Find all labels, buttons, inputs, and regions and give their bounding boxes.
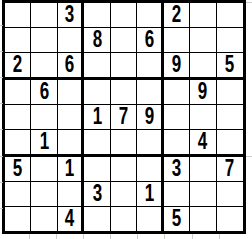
cell-r8c2[interactable] [31, 182, 57, 207]
given-digit: 4 [65, 207, 74, 231]
cell-r1c5[interactable] [111, 3, 137, 28]
cell-r6c2[interactable]: 1 [31, 130, 57, 157]
cell-r5c3[interactable] [58, 105, 84, 130]
cell-r4c2[interactable]: 6 [31, 80, 57, 105]
cell-r6c8[interactable]: 4 [190, 130, 216, 157]
cell-r1c1[interactable] [5, 3, 31, 28]
cell-r5c1[interactable] [5, 105, 31, 130]
gridline-stub [0, 77, 3, 78]
given-digit: 9 [198, 80, 207, 104]
cell-r2c5[interactable] [111, 28, 137, 53]
cell-r3c7[interactable]: 9 [164, 53, 190, 80]
cell-r3c6[interactable] [137, 53, 163, 80]
cell-r5c6[interactable]: 9 [137, 105, 163, 130]
cell-r8c9[interactable] [217, 182, 243, 207]
gridline-stub [56, 234, 57, 239]
cell-r1c8[interactable] [190, 3, 216, 28]
cell-r9c6[interactable] [137, 207, 163, 231]
cell-r4c8[interactable]: 9 [190, 80, 216, 105]
cell-r4c9[interactable] [217, 80, 243, 105]
given-digit: 3 [92, 182, 101, 206]
given-digit: 4 [198, 130, 207, 154]
sudoku-puzzle: 32862695691791451373145 [0, 0, 252, 239]
given-digit: 8 [92, 28, 101, 52]
given-digit: 3 [65, 3, 74, 27]
cell-r2c7[interactable] [164, 28, 190, 53]
cell-r7c2[interactable] [31, 157, 57, 182]
given-digit: 7 [119, 105, 128, 129]
given-digit: 1 [39, 130, 48, 154]
cell-r4c5[interactable] [111, 80, 137, 105]
cell-r5c5[interactable]: 7 [111, 105, 137, 130]
cell-r2c3[interactable] [58, 28, 84, 53]
cell-r4c6[interactable] [137, 80, 163, 105]
cell-r8c7[interactable] [164, 182, 190, 207]
cell-r3c4[interactable] [84, 53, 110, 80]
gridline-stub [192, 234, 193, 239]
given-digit: 2 [13, 53, 22, 77]
cell-r8c1[interactable] [5, 182, 31, 207]
cell-r6c9[interactable] [217, 130, 243, 157]
cell-r9c2[interactable] [31, 207, 57, 231]
cell-r6c6[interactable] [137, 130, 163, 157]
gridline-stub [246, 156, 252, 157]
gridline-stub [0, 25, 3, 26]
cell-r2c9[interactable] [217, 28, 243, 53]
cell-r1c6[interactable] [137, 3, 163, 28]
cell-r5c9[interactable] [217, 105, 243, 130]
given-digit: 5 [172, 207, 181, 231]
gridline-stub [110, 234, 111, 239]
cell-r3c1[interactable]: 2 [5, 53, 31, 80]
cell-r3c9[interactable]: 5 [217, 53, 243, 80]
gridline-stub [0, 182, 3, 183]
given-digit: 5 [225, 53, 234, 77]
gridline-stub [0, 51, 3, 52]
cell-r7c6[interactable] [137, 157, 163, 182]
gridline-stub [164, 234, 165, 239]
cell-r4c3[interactable] [58, 80, 84, 105]
cell-r5c4[interactable]: 1 [84, 105, 110, 130]
cell-r7c4[interactable] [84, 157, 110, 182]
given-digit: 9 [172, 53, 181, 77]
cell-r5c2[interactable] [31, 105, 57, 130]
gridline-stub [0, 208, 3, 209]
cell-r2c1[interactable] [5, 28, 31, 53]
given-digit: 5 [13, 157, 22, 181]
gridline-stub [219, 234, 220, 239]
cell-r3c2[interactable] [31, 53, 57, 80]
gridline-stub [137, 234, 138, 239]
cell-r7c8[interactable] [190, 157, 216, 182]
given-digit: 1 [92, 105, 101, 129]
gridline-stub [0, 156, 3, 157]
cell-r8c4[interactable]: 3 [84, 182, 110, 207]
given-digit: 9 [144, 105, 153, 129]
cell-r1c3[interactable]: 3 [58, 3, 84, 28]
sudoku-board: 32862695691791451373145 [2, 0, 246, 234]
cell-r2c8[interactable] [190, 28, 216, 53]
cell-r9c5[interactable] [111, 207, 137, 231]
cell-r2c2[interactable] [31, 28, 57, 53]
cell-r3c5[interactable] [111, 53, 137, 80]
cell-r7c1[interactable]: 5 [5, 157, 31, 182]
given-digit: 7 [225, 157, 234, 181]
given-digit: 1 [144, 182, 153, 206]
given-digit: 3 [172, 157, 181, 181]
cell-r6c3[interactable] [58, 130, 84, 157]
gridline-stub [0, 103, 3, 104]
given-digit: 6 [39, 80, 48, 104]
cell-r1c7[interactable]: 2 [164, 3, 190, 28]
cell-r8c6[interactable]: 1 [137, 182, 163, 207]
given-digit: 6 [65, 53, 74, 77]
cell-r4c7[interactable] [164, 80, 190, 105]
cell-r9c4[interactable] [84, 207, 110, 231]
gridline-stub [246, 2, 252, 3]
cell-r5c7[interactable] [164, 105, 190, 130]
cell-r3c3[interactable]: 6 [58, 53, 84, 80]
given-digit: 2 [172, 3, 181, 27]
cell-r4c1[interactable] [5, 80, 31, 105]
cell-r9c1[interactable] [5, 207, 31, 231]
cell-r8c8[interactable] [190, 182, 216, 207]
cell-r9c7[interactable]: 5 [164, 207, 190, 231]
cell-r2c6[interactable]: 6 [137, 28, 163, 53]
gridline-stub [0, 129, 3, 130]
cell-r7c7[interactable]: 3 [164, 157, 190, 182]
cell-r7c9[interactable]: 7 [217, 157, 243, 182]
cell-r1c2[interactable] [31, 3, 57, 28]
gridline-stub [83, 234, 84, 239]
cell-r6c5[interactable] [111, 130, 137, 157]
cell-r9c9[interactable] [217, 207, 243, 231]
cell-r5c8[interactable] [190, 105, 216, 130]
given-digit: 6 [144, 28, 153, 52]
cell-r3c8[interactable] [190, 53, 216, 80]
cell-r7c5[interactable] [111, 157, 137, 182]
given-digit: 1 [65, 157, 74, 181]
cell-r7c3[interactable]: 1 [58, 157, 84, 182]
cell-r1c4[interactable] [84, 3, 110, 28]
cell-r1c9[interactable] [217, 3, 243, 28]
cell-r9c8[interactable] [190, 207, 216, 231]
gridline-stub [29, 234, 30, 239]
cell-r2c4[interactable]: 8 [84, 28, 110, 53]
cell-r6c7[interactable] [164, 130, 190, 157]
cell-r6c1[interactable] [5, 130, 31, 157]
cell-r8c5[interactable] [111, 182, 137, 207]
cell-r6c4[interactable] [84, 130, 110, 157]
cell-r4c4[interactable] [84, 80, 110, 105]
cell-r8c3[interactable] [58, 182, 84, 207]
cell-r9c3[interactable]: 4 [58, 207, 84, 231]
